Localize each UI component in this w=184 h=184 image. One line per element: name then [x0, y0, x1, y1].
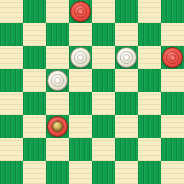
square-r6-c1[interactable] [0, 115, 23, 138]
square-r2-c2 [23, 23, 46, 46]
square-r3-c2[interactable] [23, 46, 46, 69]
square-r6-c7[interactable] [138, 115, 161, 138]
square-r5-c7 [138, 92, 161, 115]
square-r8-c5[interactable] [92, 161, 115, 184]
square-r2-c3[interactable] [46, 23, 69, 46]
square-r4-c8 [161, 69, 184, 92]
square-r2-c6 [115, 23, 138, 46]
square-r7-c8[interactable] [161, 138, 184, 161]
square-r8-c8 [161, 161, 184, 184]
piece-ring [74, 51, 87, 64]
square-r8-c2 [23, 161, 46, 184]
square-r7-c6[interactable] [115, 138, 138, 161]
square-r4-c3[interactable] [46, 69, 69, 92]
square-r3-c3 [46, 46, 69, 69]
square-r2-c7[interactable] [138, 23, 161, 46]
square-r8-c7[interactable] [138, 161, 161, 184]
checkers-board [0, 0, 184, 184]
square-r1-c4[interactable] [69, 0, 92, 23]
king-gold-dome [52, 121, 63, 132]
square-r8-c6 [115, 161, 138, 184]
square-r7-c1 [0, 138, 23, 161]
square-r5-c3 [46, 92, 69, 115]
piece-red-king[interactable] [47, 116, 68, 137]
square-r4-c1[interactable] [0, 69, 23, 92]
square-r1-c2[interactable] [23, 0, 46, 23]
square-r5-c2[interactable] [23, 92, 46, 115]
piece-inner-ring [54, 77, 61, 84]
square-r8-c1[interactable] [0, 161, 23, 184]
square-r6-c3[interactable] [46, 115, 69, 138]
piece-red-man[interactable] [162, 47, 183, 68]
square-r4-c7[interactable] [138, 69, 161, 92]
square-r7-c2[interactable] [23, 138, 46, 161]
piece-ring [120, 51, 133, 64]
square-r2-c1[interactable] [0, 23, 23, 46]
square-r1-c7 [138, 0, 161, 23]
square-r1-c8[interactable] [161, 0, 184, 23]
square-r6-c4 [69, 115, 92, 138]
square-r5-c5 [92, 92, 115, 115]
square-r6-c8 [161, 115, 184, 138]
square-r5-c4[interactable] [69, 92, 92, 115]
square-r4-c2 [23, 69, 46, 92]
square-r4-c4 [69, 69, 92, 92]
square-r1-c6[interactable] [115, 0, 138, 23]
square-r6-c5[interactable] [92, 115, 115, 138]
piece-ring [74, 5, 87, 18]
square-r7-c3 [46, 138, 69, 161]
square-r1-c1 [0, 0, 23, 23]
square-r3-c5 [92, 46, 115, 69]
square-r5-c8[interactable] [161, 92, 184, 115]
piece-ring [51, 120, 64, 133]
square-r6-c6 [115, 115, 138, 138]
square-r5-c6[interactable] [115, 92, 138, 115]
piece-white-man[interactable] [70, 47, 91, 68]
square-r6-c2 [23, 115, 46, 138]
piece-ring [51, 74, 64, 87]
square-r3-c8[interactable] [161, 46, 184, 69]
square-r3-c6[interactable] [115, 46, 138, 69]
piece-inner-ring [123, 54, 130, 61]
square-r4-c5[interactable] [92, 69, 115, 92]
square-r3-c1 [0, 46, 23, 69]
square-r7-c7 [138, 138, 161, 161]
square-r7-c5 [92, 138, 115, 161]
square-r8-c3[interactable] [46, 161, 69, 184]
square-r3-c4[interactable] [69, 46, 92, 69]
piece-inner-ring [77, 54, 84, 61]
square-r7-c4[interactable] [69, 138, 92, 161]
piece-inner-ring [77, 8, 84, 15]
piece-ring [166, 51, 179, 64]
square-r1-c5 [92, 0, 115, 23]
piece-inner-ring [169, 54, 176, 61]
piece-white-man[interactable] [47, 70, 68, 91]
square-r1-c3 [46, 0, 69, 23]
square-r2-c4 [69, 23, 92, 46]
square-r2-c5[interactable] [92, 23, 115, 46]
piece-red-man[interactable] [70, 1, 91, 22]
square-r2-c8 [161, 23, 184, 46]
square-r5-c1 [0, 92, 23, 115]
square-r8-c4 [69, 161, 92, 184]
piece-white-man[interactable] [116, 47, 137, 68]
square-r3-c7 [138, 46, 161, 69]
square-r4-c6 [115, 69, 138, 92]
